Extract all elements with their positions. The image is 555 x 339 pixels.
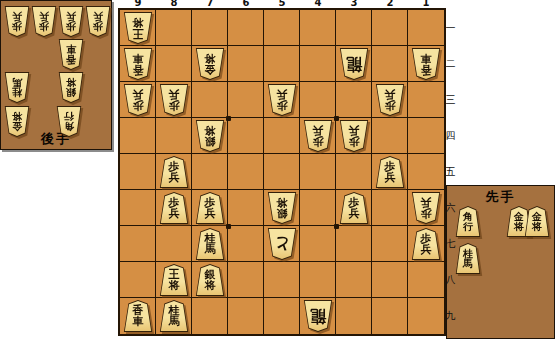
- shogi-piece[interactable]: 香車: [58, 39, 84, 70]
- board-cell[interactable]: [372, 46, 408, 82]
- board-cell[interactable]: [228, 10, 264, 46]
- board-cell[interactable]: [336, 298, 372, 334]
- shogi-piece[interactable]: 銀将: [195, 120, 225, 152]
- shogi-piece[interactable]: 龍: [303, 300, 333, 332]
- shogi-piece[interactable]: 歩兵: [58, 6, 84, 37]
- board-cell[interactable]: [228, 226, 264, 262]
- shogi-piece[interactable]: 歩兵: [159, 156, 189, 188]
- board-cell[interactable]: [372, 298, 408, 334]
- board-cell[interactable]: [300, 190, 336, 226]
- board-cell[interactable]: [408, 10, 444, 46]
- board-cell[interactable]: [192, 154, 228, 190]
- star-point: [226, 224, 231, 229]
- board-cell[interactable]: [264, 262, 300, 298]
- shogi-piece[interactable]: 歩兵: [85, 6, 111, 37]
- rank-label: 五: [445, 154, 456, 190]
- shogi-piece[interactable]: 歩兵: [31, 6, 57, 37]
- sente-hand-tray: 先手 角行金将金将桂馬: [446, 185, 555, 339]
- shogi-piece[interactable]: 歩兵: [159, 192, 189, 224]
- shogi-piece[interactable]: 王将: [123, 12, 153, 44]
- board-cell[interactable]: [300, 154, 336, 190]
- shogi-piece[interactable]: 金将: [524, 206, 550, 237]
- board-cell[interactable]: [372, 226, 408, 262]
- shogi-piece[interactable]: 銀将: [195, 264, 225, 296]
- board-cell[interactable]: [228, 46, 264, 82]
- board-cell[interactable]: [408, 262, 444, 298]
- file-label: 9: [120, 0, 156, 8]
- shogi-piece[interactable]: と: [267, 228, 297, 260]
- shogi-board: 王将香車金将龍香車歩兵歩兵歩兵歩兵銀将歩兵歩兵歩兵歩兵歩兵歩兵銀将歩兵歩兵桂馬と…: [118, 8, 446, 336]
- shogi-piece[interactable]: 銀将: [58, 72, 84, 103]
- shogi-piece[interactable]: 香車: [411, 48, 441, 80]
- shogi-piece[interactable]: 角行: [56, 106, 82, 137]
- shogi-piece[interactable]: 歩兵: [339, 192, 369, 224]
- board-cell[interactable]: [408, 82, 444, 118]
- board-cell[interactable]: [156, 46, 192, 82]
- file-label: 3: [336, 0, 372, 8]
- shogi-piece[interactable]: 金将: [4, 106, 30, 137]
- board-cell[interactable]: [192, 10, 228, 46]
- board-cell[interactable]: [408, 154, 444, 190]
- board-cell[interactable]: [228, 118, 264, 154]
- file-label: 6: [228, 0, 264, 8]
- star-point: [334, 224, 339, 229]
- shogi-piece[interactable]: 歩兵: [159, 84, 189, 116]
- rank-label: 四: [445, 118, 456, 154]
- shogi-piece[interactable]: 歩兵: [339, 120, 369, 152]
- star-point: [226, 116, 231, 121]
- shogi-piece[interactable]: 歩兵: [123, 84, 153, 116]
- board-cell[interactable]: [408, 118, 444, 154]
- file-label: 1: [408, 0, 444, 8]
- shogi-piece[interactable]: 香車: [123, 300, 153, 332]
- shogi-piece[interactable]: 歩兵: [4, 6, 30, 37]
- shogi-piece[interactable]: 銀将: [267, 192, 297, 224]
- board-cell[interactable]: [300, 10, 336, 46]
- rank-label: 二: [445, 46, 456, 82]
- shogi-piece[interactable]: 王将: [159, 264, 189, 296]
- rank-label: 八: [445, 262, 456, 298]
- board-cell[interactable]: [156, 118, 192, 154]
- shogi-piece[interactable]: 角行: [455, 206, 481, 237]
- shogi-piece[interactable]: 桂馬: [195, 228, 225, 260]
- shogi-piece[interactable]: 桂馬: [159, 300, 189, 332]
- board-cell[interactable]: [120, 154, 156, 190]
- shogi-piece[interactable]: 香車: [123, 48, 153, 80]
- board-cell[interactable]: [408, 298, 444, 334]
- shogi-app: 後手 歩兵歩兵歩兵歩兵香車桂馬銀将金将角行 王将香車金将龍香車歩兵歩兵歩兵歩兵銀…: [0, 0, 555, 339]
- shogi-piece[interactable]: 桂馬: [4, 72, 30, 103]
- board-cell[interactable]: [228, 82, 264, 118]
- board-cell[interactable]: [264, 154, 300, 190]
- shogi-piece[interactable]: 龍: [339, 48, 369, 80]
- shogi-piece[interactable]: 歩兵: [375, 84, 405, 116]
- shogi-piece[interactable]: 桂馬: [455, 243, 481, 274]
- board-cell[interactable]: [228, 298, 264, 334]
- board-cell[interactable]: [192, 82, 228, 118]
- shogi-piece[interactable]: 歩兵: [375, 156, 405, 188]
- rank-label: 六: [445, 190, 456, 226]
- board-cell[interactable]: [372, 190, 408, 226]
- board-cell[interactable]: [264, 46, 300, 82]
- board-cell[interactable]: [228, 262, 264, 298]
- board-cell[interactable]: [228, 154, 264, 190]
- board-cell[interactable]: [372, 10, 408, 46]
- board-cell[interactable]: [336, 226, 372, 262]
- board-cell[interactable]: [300, 82, 336, 118]
- board-cell[interactable]: [120, 262, 156, 298]
- board-cell[interactable]: [156, 10, 192, 46]
- file-label: 4: [300, 0, 336, 8]
- board-cell[interactable]: [300, 46, 336, 82]
- rank-label: 九: [445, 298, 456, 334]
- board-cell[interactable]: [372, 262, 408, 298]
- file-label: 2: [372, 0, 408, 8]
- board-cell[interactable]: [228, 190, 264, 226]
- sente-label: 先手: [447, 188, 554, 206]
- rank-label: 一: [445, 10, 456, 46]
- board-cell[interactable]: [264, 118, 300, 154]
- file-label: 7: [192, 0, 228, 8]
- gote-hand-tray: 後手 歩兵歩兵歩兵歩兵香車桂馬銀将金将角行: [0, 0, 112, 150]
- shogi-piece[interactable]: 歩兵: [195, 192, 225, 224]
- board-cell[interactable]: [120, 118, 156, 154]
- board-cell[interactable]: [120, 226, 156, 262]
- shogi-piece[interactable]: 歩兵: [303, 120, 333, 152]
- file-label: 8: [156, 0, 192, 8]
- shogi-piece[interactable]: 歩兵: [411, 228, 441, 260]
- board-cell[interactable]: [336, 82, 372, 118]
- board-cell[interactable]: [300, 226, 336, 262]
- board-cell[interactable]: [264, 10, 300, 46]
- shogi-piece[interactable]: 歩兵: [411, 192, 441, 224]
- rank-label: 三: [445, 82, 456, 118]
- board-cell[interactable]: [264, 298, 300, 334]
- board-cell[interactable]: [336, 262, 372, 298]
- board-cell[interactable]: [336, 154, 372, 190]
- board-cell[interactable]: [120, 190, 156, 226]
- board-cell[interactable]: [300, 262, 336, 298]
- shogi-piece[interactable]: 金将: [195, 48, 225, 80]
- board-cell[interactable]: [336, 10, 372, 46]
- board-cell[interactable]: [156, 226, 192, 262]
- file-label: 5: [264, 0, 300, 8]
- board-cell[interactable]: [192, 298, 228, 334]
- board-cell[interactable]: [372, 118, 408, 154]
- shogi-piece[interactable]: 歩兵: [267, 84, 297, 116]
- rank-label: 七: [445, 226, 456, 262]
